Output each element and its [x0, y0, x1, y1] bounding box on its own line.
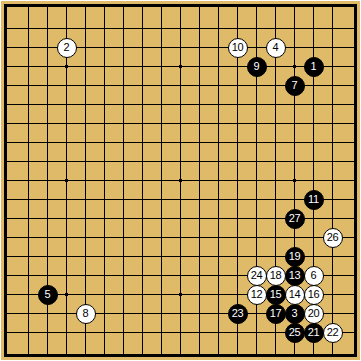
stone-white-24[interactable]: 24 [247, 266, 267, 286]
stone-white-20[interactable]: 20 [304, 304, 324, 324]
stone-black-15[interactable]: 15 [266, 285, 286, 305]
goban[interactable]: 1234567891011121314151617181920212223242… [1, 1, 360, 360]
stone-black-17[interactable]: 17 [266, 304, 286, 324]
stone-black-27[interactable]: 27 [285, 209, 305, 229]
board-overlay: 1234567891011121314151617181920212223242… [0, 0, 361, 361]
go-board-diagram: 1234567891011121314151617181920212223242… [0, 0, 361, 361]
stone-white-10[interactable]: 10 [228, 38, 248, 58]
stone-white-6[interactable]: 6 [304, 266, 324, 286]
stone-white-12[interactable]: 12 [247, 285, 267, 305]
stone-black-5[interactable]: 5 [38, 285, 58, 305]
stone-black-1[interactable]: 1 [304, 57, 324, 77]
stone-white-18[interactable]: 18 [266, 266, 286, 286]
stone-black-25[interactable]: 25 [285, 323, 305, 343]
stone-white-26[interactable]: 26 [323, 228, 343, 248]
stone-black-9[interactable]: 9 [247, 57, 267, 77]
stone-white-16[interactable]: 16 [304, 285, 324, 305]
stone-black-7[interactable]: 7 [285, 76, 305, 96]
stone-black-21[interactable]: 21 [304, 323, 324, 343]
stones-layer: 1234567891011121314151617181920212223242… [0, 0, 361, 361]
stone-black-13[interactable]: 13 [285, 266, 305, 286]
stone-black-23[interactable]: 23 [228, 304, 248, 324]
stone-white-8[interactable]: 8 [76, 304, 96, 324]
stone-black-11[interactable]: 11 [304, 190, 324, 210]
stone-white-14[interactable]: 14 [285, 285, 305, 305]
stone-white-4[interactable]: 4 [266, 38, 286, 58]
stone-white-22[interactable]: 22 [323, 323, 343, 343]
stone-white-2[interactable]: 2 [57, 38, 77, 58]
stone-black-19[interactable]: 19 [285, 247, 305, 267]
stone-black-3[interactable]: 3 [285, 304, 305, 324]
